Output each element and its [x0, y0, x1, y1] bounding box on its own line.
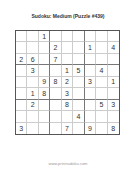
cell-r3c2[interactable]: 6	[27, 54, 38, 65]
cell-r9c5[interactable]: 7	[62, 123, 73, 134]
given-digit: 8	[111, 125, 115, 132]
cell-r3c9[interactable]	[108, 54, 119, 65]
cell-r4c5[interactable]: 1	[62, 65, 73, 76]
cell-r8c9[interactable]	[108, 111, 119, 122]
cell-r3c6[interactable]	[73, 54, 84, 65]
cell-r5c6[interactable]	[73, 77, 84, 88]
cell-r1c5[interactable]	[62, 31, 73, 42]
cell-r2c3[interactable]	[39, 42, 50, 53]
given-digit: 5	[99, 101, 103, 108]
cell-r4c3[interactable]	[39, 65, 50, 76]
cell-r1c9[interactable]	[108, 31, 119, 42]
cell-r4c6[interactable]: 5	[73, 65, 84, 76]
given-digit: 9	[88, 125, 92, 132]
cell-r9c8[interactable]	[96, 123, 107, 134]
given-digit: 4	[76, 113, 80, 120]
given-digit: 1	[42, 33, 46, 40]
cell-r1c3[interactable]: 1	[39, 31, 50, 42]
cell-r8c2[interactable]	[27, 111, 38, 122]
cell-r8c6[interactable]: 4	[73, 111, 84, 122]
cell-r2c8[interactable]	[96, 42, 107, 53]
cell-r4c1[interactable]	[16, 65, 27, 76]
given-digit: 1	[65, 67, 69, 74]
given-digit: 1	[111, 78, 115, 85]
cell-r9c9[interactable]: 8	[108, 123, 119, 134]
cell-r4c2[interactable]: 3	[27, 65, 38, 76]
given-digit: 2	[54, 44, 58, 51]
given-digit: 4	[99, 67, 103, 74]
cell-r9c4[interactable]	[50, 123, 61, 134]
cell-r2c1[interactable]	[16, 42, 27, 53]
cell-r4c7[interactable]	[85, 65, 96, 76]
cell-r9c1[interactable]: 3	[16, 123, 27, 134]
given-digit: 1	[31, 90, 35, 97]
given-digit: 3	[88, 78, 92, 85]
given-digit: 3	[65, 90, 69, 97]
given-digit: 2	[31, 101, 35, 108]
cell-r6c4[interactable]	[50, 88, 61, 99]
cell-r2c9[interactable]: 4	[108, 42, 119, 53]
cell-r2c6[interactable]	[73, 42, 84, 53]
cell-r7c3[interactable]	[39, 100, 50, 111]
cell-r5c2[interactable]	[27, 77, 38, 88]
sudoku-grid: 1214267315498231183285343798	[15, 30, 120, 135]
given-digit: 7	[65, 125, 69, 132]
cell-r4c9[interactable]	[108, 65, 119, 76]
given-digit: 6	[31, 56, 35, 63]
cell-r7c4[interactable]	[50, 100, 61, 111]
puzzle-title: Sudoku: Medium (Puzzle #439)	[0, 13, 136, 20]
cell-r3c4[interactable]: 7	[50, 54, 61, 65]
cell-r7c7[interactable]	[85, 100, 96, 111]
given-digit: 3	[31, 67, 35, 74]
cell-r4c8[interactable]: 4	[96, 65, 107, 76]
given-digit: 3	[19, 125, 23, 132]
cell-r5c7[interactable]: 3	[85, 77, 96, 88]
cell-r3c3[interactable]	[39, 54, 50, 65]
cell-r6c3[interactable]: 8	[39, 88, 50, 99]
cell-r6c6[interactable]	[73, 88, 84, 99]
given-digit: 3	[111, 101, 115, 108]
cell-r3c7[interactable]	[85, 54, 96, 65]
cell-r6c1[interactable]	[16, 88, 27, 99]
cell-r6c8[interactable]	[96, 88, 107, 99]
cell-r8c8[interactable]	[96, 111, 107, 122]
given-digit: 7	[54, 56, 58, 63]
cell-r8c3[interactable]	[39, 111, 50, 122]
sudoku-sheet: { "game": "sudoku", "title": "Sudoku: Me…	[0, 0, 136, 176]
cell-r2c2[interactable]	[27, 42, 38, 53]
cell-r9c2[interactable]	[27, 123, 38, 134]
cell-r9c3[interactable]	[39, 123, 50, 134]
cell-r1c7[interactable]	[85, 31, 96, 42]
cell-r6c2[interactable]: 1	[27, 88, 38, 99]
cell-r1c6[interactable]	[73, 31, 84, 42]
footer-url: www.printsudoku.com	[0, 161, 136, 166]
given-digit: 4	[111, 44, 115, 51]
cell-r8c7[interactable]	[85, 111, 96, 122]
cell-r7c8[interactable]: 5	[96, 100, 107, 111]
cell-r8c5[interactable]	[62, 111, 73, 122]
cell-r1c1[interactable]	[16, 31, 27, 42]
cell-r2c7[interactable]: 1	[85, 42, 96, 53]
cell-r7c1[interactable]	[16, 100, 27, 111]
given-digit: 9	[42, 78, 46, 85]
cell-r6c9[interactable]	[108, 88, 119, 99]
cell-r5c9[interactable]: 1	[108, 77, 119, 88]
given-digit: 2	[65, 78, 69, 85]
cell-r7c5[interactable]: 8	[62, 100, 73, 111]
cell-r2c5[interactable]	[62, 42, 73, 53]
cell-r5c5[interactable]: 2	[62, 77, 73, 88]
cell-r8c4[interactable]	[50, 111, 61, 122]
cell-r8c1[interactable]	[16, 111, 27, 122]
cell-r5c4[interactable]: 8	[50, 77, 61, 88]
cell-r1c4[interactable]	[50, 31, 61, 42]
cell-r6c7[interactable]	[85, 88, 96, 99]
cell-r2c4[interactable]: 2	[50, 42, 61, 53]
given-digit: 8	[65, 101, 69, 108]
cell-r5c1[interactable]	[16, 77, 27, 88]
cell-r1c8[interactable]	[96, 31, 107, 42]
given-digit: 8	[42, 90, 46, 97]
cell-r4c4[interactable]	[50, 65, 61, 76]
cell-r6c5[interactable]: 3	[62, 88, 73, 99]
cell-r7c9[interactable]: 3	[108, 100, 119, 111]
cell-r9c6[interactable]	[73, 123, 84, 134]
cell-r5c3[interactable]: 9	[39, 77, 50, 88]
cell-r3c8[interactable]	[96, 54, 107, 65]
cell-r5c8[interactable]	[96, 77, 107, 88]
cell-r1c2[interactable]	[27, 31, 38, 42]
cell-r9c7[interactable]: 9	[85, 123, 96, 134]
given-digit: 5	[76, 67, 80, 74]
cell-r7c6[interactable]	[73, 100, 84, 111]
cell-r7c2[interactable]: 2	[27, 100, 38, 111]
cell-r3c1[interactable]: 2	[16, 54, 27, 65]
given-digit: 2	[19, 56, 23, 63]
cell-r3c5[interactable]	[62, 54, 73, 65]
given-digit: 1	[88, 44, 92, 51]
given-digit: 8	[54, 78, 58, 85]
